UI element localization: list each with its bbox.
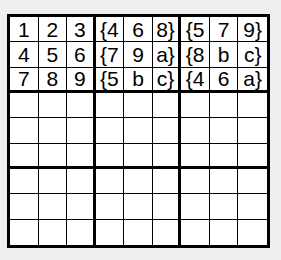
cell-r6c6[interactable] <box>153 144 182 169</box>
cell-r7c5[interactable] <box>124 169 153 194</box>
cell-r4c7[interactable] <box>181 93 210 118</box>
cell-r2c4[interactable]: {7 <box>96 42 125 67</box>
cell-r3c8[interactable]: 6 <box>210 68 239 93</box>
cell-r7c7[interactable] <box>181 169 210 194</box>
sudoku-board: 123{468}{579}456{79a}{8bc}789{5bc}{46a} <box>7 14 270 248</box>
cell-r2c7[interactable]: {8 <box>181 42 210 67</box>
cell-r3c5[interactable]: b <box>124 68 153 93</box>
cell-r6c9[interactable] <box>238 144 267 169</box>
cell-r5c2[interactable] <box>39 118 68 143</box>
cell-r1c8[interactable]: 7 <box>210 17 239 42</box>
cell-r4c6[interactable] <box>153 93 182 118</box>
cell-r6c2[interactable] <box>39 144 68 169</box>
cell-r5c9[interactable] <box>238 118 267 143</box>
cell-r6c1[interactable] <box>10 144 39 169</box>
cell-r9c1[interactable] <box>10 220 39 245</box>
cell-r9c9[interactable] <box>238 220 267 245</box>
cell-r5c1[interactable] <box>10 118 39 143</box>
cell-r5c4[interactable] <box>96 118 125 143</box>
cell-r9c8[interactable] <box>210 220 239 245</box>
cell-r4c9[interactable] <box>238 93 267 118</box>
cell-r8c8[interactable] <box>210 194 239 219</box>
cell-r9c6[interactable] <box>153 220 182 245</box>
cell-r3c7[interactable]: {4 <box>181 68 210 93</box>
cell-r7c3[interactable] <box>67 169 96 194</box>
cell-r9c2[interactable] <box>39 220 68 245</box>
cell-r8c4[interactable] <box>96 194 125 219</box>
cell-r7c6[interactable] <box>153 169 182 194</box>
cell-r1c2[interactable]: 2 <box>39 17 68 42</box>
cell-r8c5[interactable] <box>124 194 153 219</box>
cell-r9c5[interactable] <box>124 220 153 245</box>
cell-r2c9[interactable]: c} <box>238 42 267 67</box>
cell-r9c3[interactable] <box>67 220 96 245</box>
cell-r2c3[interactable]: 6 <box>67 42 96 67</box>
cell-r7c1[interactable] <box>10 169 39 194</box>
cell-r4c4[interactable] <box>96 93 125 118</box>
cell-r3c4[interactable]: {5 <box>96 68 125 93</box>
cell-r8c7[interactable] <box>181 194 210 219</box>
cell-r2c8[interactable]: b <box>210 42 239 67</box>
cell-r6c5[interactable] <box>124 144 153 169</box>
cell-r1c9[interactable]: 9} <box>238 17 267 42</box>
cell-r1c5[interactable]: 6 <box>124 17 153 42</box>
cell-r2c5[interactable]: 9 <box>124 42 153 67</box>
cell-r5c6[interactable] <box>153 118 182 143</box>
cell-r9c7[interactable] <box>181 220 210 245</box>
cell-r5c5[interactable] <box>124 118 153 143</box>
cell-r3c1[interactable]: 7 <box>10 68 39 93</box>
cell-r7c2[interactable] <box>39 169 68 194</box>
cell-r7c9[interactable] <box>238 169 267 194</box>
cell-r1c6[interactable]: 8} <box>153 17 182 42</box>
cell-r1c3[interactable]: 3 <box>67 17 96 42</box>
cell-r3c2[interactable]: 8 <box>39 68 68 93</box>
cell-r8c6[interactable] <box>153 194 182 219</box>
cell-r1c7[interactable]: {5 <box>181 17 210 42</box>
cell-r4c8[interactable] <box>210 93 239 118</box>
cell-r9c4[interactable] <box>96 220 125 245</box>
cell-r3c9[interactable]: a} <box>238 68 267 93</box>
cell-r3c6[interactable]: c} <box>153 68 182 93</box>
cell-r3c3[interactable]: 9 <box>67 68 96 93</box>
cell-r5c8[interactable] <box>210 118 239 143</box>
cell-r1c1[interactable]: 1 <box>10 17 39 42</box>
cell-r4c2[interactable] <box>39 93 68 118</box>
cell-r7c8[interactable] <box>210 169 239 194</box>
cell-r1c4[interactable]: {4 <box>96 17 125 42</box>
cell-r4c1[interactable] <box>10 93 39 118</box>
cell-r6c3[interactable] <box>67 144 96 169</box>
cell-r4c5[interactable] <box>124 93 153 118</box>
cell-r6c7[interactable] <box>181 144 210 169</box>
cell-r5c3[interactable] <box>67 118 96 143</box>
cell-r2c6[interactable]: a} <box>153 42 182 67</box>
cell-r8c2[interactable] <box>39 194 68 219</box>
cell-r8c9[interactable] <box>238 194 267 219</box>
cell-r7c4[interactable] <box>96 169 125 194</box>
cell-r2c2[interactable]: 5 <box>39 42 68 67</box>
cell-r5c7[interactable] <box>181 118 210 143</box>
cell-r8c3[interactable] <box>67 194 96 219</box>
cell-r6c4[interactable] <box>96 144 125 169</box>
cell-r6c8[interactable] <box>210 144 239 169</box>
cell-r8c1[interactable] <box>10 194 39 219</box>
cell-r2c1[interactable]: 4 <box>10 42 39 67</box>
cell-r4c3[interactable] <box>67 93 96 118</box>
sudoku-diagram: 123{468}{579}456{79a}{8bc}789{5bc}{46a} <box>0 0 281 260</box>
